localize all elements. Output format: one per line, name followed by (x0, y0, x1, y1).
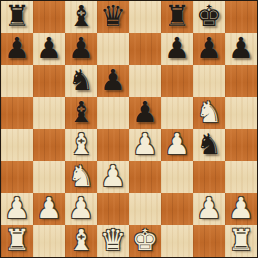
piece-white-rook[interactable]: ♜ (1, 225, 33, 257)
square-g6[interactable] (193, 65, 225, 97)
piece-black-pawn[interactable]: ♟ (65, 33, 97, 65)
piece-black-pawn[interactable]: ♟ (161, 33, 193, 65)
square-e2[interactable] (129, 193, 161, 225)
piece-black-bishop[interactable]: ♝ (65, 1, 97, 33)
square-d6[interactable]: ♟ (97, 65, 129, 97)
piece-white-bishop[interactable]: ♝ (65, 129, 97, 161)
square-c5[interactable]: ♝ (65, 97, 97, 129)
square-f1[interactable] (161, 225, 193, 257)
piece-black-pawn[interactable]: ♟ (225, 33, 257, 65)
piece-black-king[interactable]: ♚ (193, 1, 225, 33)
square-h6[interactable] (225, 65, 257, 97)
square-d4[interactable] (97, 129, 129, 161)
square-b8[interactable] (33, 1, 65, 33)
square-h7[interactable]: ♟ (225, 33, 257, 65)
piece-black-pawn[interactable]: ♟ (33, 33, 65, 65)
square-f6[interactable] (161, 65, 193, 97)
square-a2[interactable]: ♟ (1, 193, 33, 225)
square-g2[interactable]: ♟ (193, 193, 225, 225)
square-c4[interactable]: ♝ (65, 129, 97, 161)
square-a8[interactable]: ♜ (1, 1, 33, 33)
square-f4[interactable]: ♟ (161, 129, 193, 161)
square-c1[interactable]: ♝ (65, 225, 97, 257)
square-b7[interactable]: ♟ (33, 33, 65, 65)
square-d1[interactable]: ♛ (97, 225, 129, 257)
square-h1[interactable]: ♜ (225, 225, 257, 257)
piece-black-knight[interactable]: ♞ (193, 129, 225, 161)
square-d2[interactable] (97, 193, 129, 225)
square-h5[interactable] (225, 97, 257, 129)
square-b6[interactable] (33, 65, 65, 97)
square-f2[interactable] (161, 193, 193, 225)
piece-black-queen[interactable]: ♛ (97, 1, 129, 33)
square-d5[interactable] (97, 97, 129, 129)
square-g3[interactable] (193, 161, 225, 193)
piece-white-pawn[interactable]: ♟ (225, 193, 257, 225)
piece-white-pawn[interactable]: ♟ (65, 193, 97, 225)
square-a3[interactable] (1, 161, 33, 193)
piece-black-bishop[interactable]: ♝ (65, 97, 97, 129)
piece-white-knight[interactable]: ♞ (65, 161, 97, 193)
square-b4[interactable] (33, 129, 65, 161)
square-e5[interactable]: ♟ (129, 97, 161, 129)
square-c7[interactable]: ♟ (65, 33, 97, 65)
piece-white-pawn[interactable]: ♟ (97, 161, 129, 193)
piece-white-queen[interactable]: ♛ (97, 225, 129, 257)
square-e3[interactable] (129, 161, 161, 193)
chess-board-frame: ♜♝♛♜♚♟♟♟♟♟♟♞♟♝♟♞♝♟♟♞♞♟♟♟♟♟♟♜♝♛♚♜ (0, 0, 258, 258)
square-a1[interactable]: ♜ (1, 225, 33, 257)
piece-white-rook[interactable]: ♜ (225, 225, 257, 257)
square-a7[interactable]: ♟ (1, 33, 33, 65)
piece-black-pawn[interactable]: ♟ (97, 65, 129, 97)
piece-white-king[interactable]: ♚ (129, 225, 161, 257)
square-d7[interactable] (97, 33, 129, 65)
square-g8[interactable]: ♚ (193, 1, 225, 33)
square-a6[interactable] (1, 65, 33, 97)
square-g4[interactable]: ♞ (193, 129, 225, 161)
square-g7[interactable]: ♟ (193, 33, 225, 65)
chess-board: ♜♝♛♜♚♟♟♟♟♟♟♞♟♝♟♞♝♟♟♞♞♟♟♟♟♟♟♜♝♛♚♜ (1, 1, 257, 257)
piece-white-bishop[interactable]: ♝ (65, 225, 97, 257)
piece-white-knight[interactable]: ♞ (193, 97, 225, 129)
square-e8[interactable] (129, 1, 161, 33)
piece-black-rook[interactable]: ♜ (1, 1, 33, 33)
piece-black-rook[interactable]: ♜ (161, 1, 193, 33)
square-g5[interactable]: ♞ (193, 97, 225, 129)
piece-black-pawn[interactable]: ♟ (193, 33, 225, 65)
square-b1[interactable] (33, 225, 65, 257)
square-f5[interactable] (161, 97, 193, 129)
piece-white-pawn[interactable]: ♟ (33, 193, 65, 225)
square-f8[interactable]: ♜ (161, 1, 193, 33)
square-a5[interactable] (1, 97, 33, 129)
piece-black-pawn[interactable]: ♟ (129, 97, 161, 129)
square-b3[interactable] (33, 161, 65, 193)
piece-white-pawn[interactable]: ♟ (1, 193, 33, 225)
piece-white-pawn[interactable]: ♟ (161, 129, 193, 161)
piece-white-pawn[interactable]: ♟ (193, 193, 225, 225)
square-h2[interactable]: ♟ (225, 193, 257, 225)
square-f3[interactable] (161, 161, 193, 193)
square-b5[interactable] (33, 97, 65, 129)
square-h3[interactable] (225, 161, 257, 193)
square-c2[interactable]: ♟ (65, 193, 97, 225)
square-b2[interactable]: ♟ (33, 193, 65, 225)
square-e4[interactable]: ♟ (129, 129, 161, 161)
square-d8[interactable]: ♛ (97, 1, 129, 33)
square-a4[interactable] (1, 129, 33, 161)
piece-white-pawn[interactable]: ♟ (129, 129, 161, 161)
square-c3[interactable]: ♞ (65, 161, 97, 193)
square-e6[interactable] (129, 65, 161, 97)
square-d3[interactable]: ♟ (97, 161, 129, 193)
square-h8[interactable] (225, 1, 257, 33)
square-h4[interactable] (225, 129, 257, 161)
square-c8[interactable]: ♝ (65, 1, 97, 33)
piece-black-knight[interactable]: ♞ (65, 65, 97, 97)
square-e1[interactable]: ♚ (129, 225, 161, 257)
piece-black-pawn[interactable]: ♟ (1, 33, 33, 65)
square-e7[interactable] (129, 33, 161, 65)
square-c6[interactable]: ♞ (65, 65, 97, 97)
square-f7[interactable]: ♟ (161, 33, 193, 65)
square-g1[interactable] (193, 225, 225, 257)
